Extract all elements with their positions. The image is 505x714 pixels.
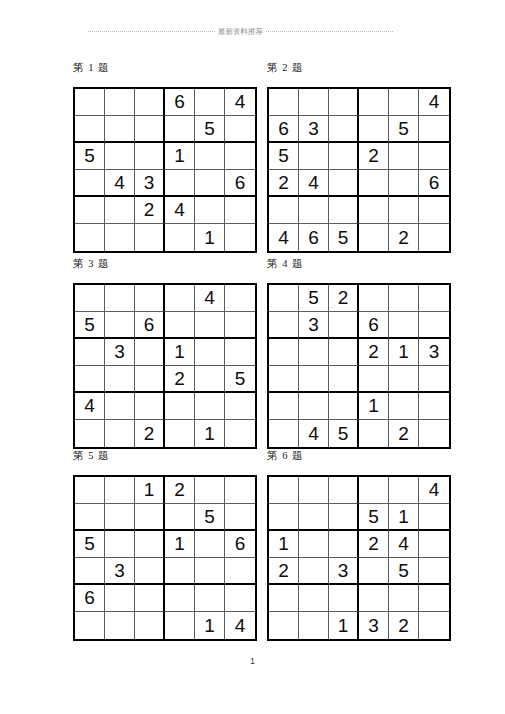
sudoku-cell bbox=[269, 420, 299, 447]
sudoku-cell: 5 bbox=[75, 531, 105, 558]
sudoku-cell: 6 bbox=[75, 585, 105, 612]
sudoku-cell bbox=[75, 285, 105, 312]
sudoku-cell: 6 bbox=[269, 116, 299, 143]
sudoku-cell bbox=[269, 312, 299, 339]
sudoku-cell bbox=[135, 612, 165, 639]
sudoku-cell bbox=[195, 585, 225, 612]
sudoku-cell bbox=[299, 89, 329, 116]
sudoku-cell: 2 bbox=[389, 224, 419, 251]
sudoku-cell bbox=[269, 285, 299, 312]
sudoku-cell bbox=[195, 170, 225, 197]
sudoku-cell bbox=[165, 285, 195, 312]
sudoku-cell bbox=[165, 224, 195, 251]
sudoku-cell bbox=[165, 116, 195, 143]
sudoku-cell bbox=[389, 143, 419, 170]
sudoku-cell bbox=[269, 366, 299, 393]
sudoku-cell bbox=[195, 531, 225, 558]
sudoku-grid-3: 4563125421 bbox=[73, 283, 257, 449]
sudoku-cell bbox=[359, 285, 389, 312]
sudoku-cell bbox=[225, 116, 255, 143]
sudoku-cell: 4 bbox=[419, 477, 449, 504]
sudoku-cell bbox=[359, 89, 389, 116]
sudoku-cell bbox=[389, 477, 419, 504]
sudoku-cell: 5 bbox=[75, 143, 105, 170]
sudoku-cell bbox=[419, 558, 449, 585]
sudoku-cell bbox=[329, 477, 359, 504]
sudoku-cell: 5 bbox=[75, 312, 105, 339]
sudoku-cell bbox=[75, 612, 105, 639]
sudoku-cell bbox=[195, 89, 225, 116]
sudoku-cell bbox=[419, 224, 449, 251]
sudoku-cell: 5 bbox=[269, 143, 299, 170]
sudoku-grid-1: 64551436241 bbox=[73, 87, 257, 253]
sudoku-cell bbox=[329, 89, 359, 116]
sudoku-cell: 2 bbox=[269, 558, 299, 585]
sudoku-cell: 3 bbox=[419, 339, 449, 366]
sudoku-cell bbox=[135, 504, 165, 531]
sudoku-cell bbox=[105, 504, 135, 531]
sudoku-cell bbox=[195, 197, 225, 224]
sudoku-cell bbox=[75, 504, 105, 531]
sudoku-cell bbox=[135, 143, 165, 170]
sudoku-cell bbox=[419, 197, 449, 224]
sudoku-cell: 1 bbox=[389, 504, 419, 531]
sudoku-cell: 2 bbox=[389, 420, 419, 447]
sudoku-cell: 1 bbox=[389, 339, 419, 366]
sudoku-cell bbox=[75, 89, 105, 116]
puzzle-label-3: 第 3 题 bbox=[73, 258, 257, 270]
sudoku-cell: 6 bbox=[225, 170, 255, 197]
sudoku-cell bbox=[105, 531, 135, 558]
puzzle-block-4: 第 4 题52362131452 bbox=[267, 258, 451, 449]
sudoku-cell: 2 bbox=[165, 477, 195, 504]
sudoku-cell bbox=[269, 585, 299, 612]
sudoku-cell bbox=[299, 612, 329, 639]
sudoku-cell bbox=[105, 312, 135, 339]
sudoku-cell: 6 bbox=[225, 531, 255, 558]
sudoku-cell bbox=[135, 585, 165, 612]
sudoku-cell: 6 bbox=[165, 89, 195, 116]
sudoku-cell: 4 bbox=[389, 531, 419, 558]
sudoku-cell bbox=[419, 143, 449, 170]
sudoku-cell bbox=[225, 504, 255, 531]
sudoku-cell bbox=[75, 116, 105, 143]
sudoku-cell bbox=[105, 224, 135, 251]
sudoku-cell bbox=[299, 339, 329, 366]
puzzle-label-2: 第 2 题 bbox=[267, 62, 451, 74]
sudoku-cell bbox=[419, 612, 449, 639]
sudoku-cell bbox=[329, 366, 359, 393]
puzzle-block-1: 第 1 题64551436241 bbox=[73, 62, 257, 253]
sudoku-cell: 1 bbox=[359, 393, 389, 420]
sudoku-cell bbox=[329, 197, 359, 224]
sudoku-cell: 4 bbox=[75, 393, 105, 420]
sudoku-cell: 4 bbox=[165, 197, 195, 224]
sudoku-cell bbox=[225, 558, 255, 585]
sudoku-cell: 6 bbox=[299, 224, 329, 251]
sudoku-cell bbox=[135, 339, 165, 366]
sudoku-cell: 4 bbox=[195, 285, 225, 312]
sudoku-cell bbox=[135, 366, 165, 393]
sudoku-cell bbox=[359, 197, 389, 224]
sudoku-cell: 5 bbox=[195, 504, 225, 531]
sudoku-cell: 5 bbox=[329, 224, 359, 251]
sudoku-cell bbox=[165, 170, 195, 197]
sudoku-cell bbox=[75, 170, 105, 197]
sudoku-cell: 1 bbox=[195, 224, 225, 251]
sudoku-cell: 4 bbox=[225, 89, 255, 116]
sudoku-cell: 6 bbox=[135, 312, 165, 339]
sudoku-cell: 1 bbox=[195, 420, 225, 447]
sudoku-cell: 2 bbox=[329, 285, 359, 312]
sudoku-cell bbox=[329, 531, 359, 558]
sudoku-cell bbox=[269, 197, 299, 224]
sudoku-cell bbox=[359, 558, 389, 585]
sudoku-cell: 3 bbox=[299, 116, 329, 143]
sudoku-cell bbox=[329, 312, 359, 339]
sudoku-cell bbox=[359, 224, 389, 251]
sudoku-cell bbox=[195, 339, 225, 366]
sudoku-cell bbox=[329, 393, 359, 420]
sudoku-cell: 4 bbox=[225, 612, 255, 639]
header-dotted-rule-left bbox=[88, 31, 215, 32]
document-header: 最新资料推荐 bbox=[88, 28, 393, 36]
sudoku-cell bbox=[105, 612, 135, 639]
sudoku-cell bbox=[75, 477, 105, 504]
sudoku-cell: 1 bbox=[165, 339, 195, 366]
sudoku-cell bbox=[225, 393, 255, 420]
sudoku-grid-4: 52362131452 bbox=[267, 283, 451, 449]
sudoku-cell: 2 bbox=[359, 531, 389, 558]
sudoku-cell bbox=[165, 585, 195, 612]
puzzle-label-1: 第 1 题 bbox=[73, 62, 257, 74]
sudoku-cell bbox=[299, 477, 329, 504]
sudoku-cell bbox=[105, 143, 135, 170]
sudoku-cell bbox=[75, 197, 105, 224]
sudoku-cell: 5 bbox=[389, 116, 419, 143]
sudoku-cell bbox=[195, 312, 225, 339]
sudoku-cell bbox=[269, 339, 299, 366]
sudoku-cell bbox=[225, 420, 255, 447]
sudoku-cell bbox=[135, 393, 165, 420]
sudoku-cell: 3 bbox=[299, 312, 329, 339]
sudoku-cell bbox=[419, 366, 449, 393]
sudoku-cell bbox=[105, 116, 135, 143]
sudoku-cell bbox=[75, 558, 105, 585]
sudoku-cell bbox=[359, 585, 389, 612]
sudoku-cell bbox=[419, 420, 449, 447]
sudoku-cell bbox=[299, 393, 329, 420]
sudoku-cell bbox=[389, 170, 419, 197]
sudoku-cell bbox=[225, 312, 255, 339]
puzzle-label-5: 第 5 题 bbox=[73, 450, 257, 462]
sudoku-cell bbox=[419, 116, 449, 143]
sudoku-cell: 4 bbox=[299, 170, 329, 197]
document-page: 最新资料推荐 第 1 题64551436241第 2 题463552246465… bbox=[0, 0, 505, 714]
sudoku-cell bbox=[389, 366, 419, 393]
sudoku-cell: 4 bbox=[419, 89, 449, 116]
sudoku-cell bbox=[225, 477, 255, 504]
sudoku-cell: 2 bbox=[135, 420, 165, 447]
sudoku-cell: 1 bbox=[135, 477, 165, 504]
sudoku-cell bbox=[389, 585, 419, 612]
sudoku-cell bbox=[419, 393, 449, 420]
sudoku-cell bbox=[299, 197, 329, 224]
sudoku-cell: 3 bbox=[105, 558, 135, 585]
sudoku-cell bbox=[329, 116, 359, 143]
sudoku-cell: 5 bbox=[195, 116, 225, 143]
sudoku-cell bbox=[359, 116, 389, 143]
page-number: 1 bbox=[0, 656, 505, 666]
sudoku-cell bbox=[165, 312, 195, 339]
sudoku-cell bbox=[75, 420, 105, 447]
sudoku-cell bbox=[105, 585, 135, 612]
sudoku-cell bbox=[135, 224, 165, 251]
sudoku-cell bbox=[329, 585, 359, 612]
sudoku-cell bbox=[389, 285, 419, 312]
puzzle-block-2: 第 2 题4635522464652 bbox=[267, 62, 451, 253]
sudoku-cell bbox=[419, 504, 449, 531]
sudoku-cell bbox=[105, 393, 135, 420]
sudoku-cell: 2 bbox=[269, 170, 299, 197]
sudoku-cell bbox=[75, 224, 105, 251]
sudoku-cell: 4 bbox=[105, 170, 135, 197]
sudoku-cell bbox=[135, 116, 165, 143]
sudoku-cell bbox=[165, 420, 195, 447]
sudoku-cell bbox=[165, 393, 195, 420]
sudoku-cell bbox=[359, 366, 389, 393]
sudoku-cell: 2 bbox=[165, 366, 195, 393]
sudoku-cell: 3 bbox=[359, 612, 389, 639]
sudoku-cell bbox=[359, 420, 389, 447]
sudoku-cell bbox=[225, 285, 255, 312]
sudoku-cell bbox=[269, 612, 299, 639]
sudoku-cell: 1 bbox=[269, 531, 299, 558]
sudoku-cell bbox=[225, 224, 255, 251]
sudoku-cell bbox=[419, 285, 449, 312]
sudoku-cell bbox=[389, 393, 419, 420]
sudoku-cell: 3 bbox=[135, 170, 165, 197]
sudoku-cell: 1 bbox=[165, 143, 195, 170]
sudoku-cell: 6 bbox=[419, 170, 449, 197]
sudoku-cell bbox=[165, 504, 195, 531]
sudoku-cell: 5 bbox=[329, 420, 359, 447]
sudoku-cell bbox=[195, 558, 225, 585]
sudoku-grid-6: 451124235132 bbox=[267, 475, 451, 641]
sudoku-cell: 2 bbox=[389, 612, 419, 639]
sudoku-cell bbox=[299, 504, 329, 531]
sudoku-cell bbox=[299, 366, 329, 393]
header-dotted-rule-right bbox=[266, 31, 393, 32]
sudoku-cell bbox=[165, 612, 195, 639]
sudoku-cell: 5 bbox=[299, 285, 329, 312]
sudoku-cell bbox=[419, 312, 449, 339]
sudoku-cell bbox=[105, 477, 135, 504]
sudoku-cell bbox=[195, 477, 225, 504]
sudoku-cell: 5 bbox=[359, 504, 389, 531]
sudoku-cell: 2 bbox=[135, 197, 165, 224]
sudoku-cell bbox=[195, 143, 225, 170]
sudoku-cell bbox=[105, 285, 135, 312]
sudoku-cell bbox=[419, 531, 449, 558]
sudoku-cell bbox=[329, 170, 359, 197]
sudoku-cell: 6 bbox=[359, 312, 389, 339]
sudoku-cell bbox=[195, 366, 225, 393]
sudoku-cell bbox=[299, 558, 329, 585]
sudoku-cell bbox=[299, 143, 329, 170]
sudoku-cell bbox=[75, 339, 105, 366]
sudoku-cell: 1 bbox=[165, 531, 195, 558]
sudoku-cell bbox=[359, 477, 389, 504]
sudoku-cell bbox=[225, 197, 255, 224]
puzzle-block-3: 第 3 题4563125421 bbox=[73, 258, 257, 449]
sudoku-cell bbox=[135, 531, 165, 558]
sudoku-grid-5: 1255163614 bbox=[73, 475, 257, 641]
sudoku-cell bbox=[135, 89, 165, 116]
sudoku-cell bbox=[165, 558, 195, 585]
sudoku-cell bbox=[419, 585, 449, 612]
sudoku-cell bbox=[105, 89, 135, 116]
sudoku-cell bbox=[269, 477, 299, 504]
sudoku-cell bbox=[225, 339, 255, 366]
puzzle-label-6: 第 6 题 bbox=[267, 450, 451, 462]
sudoku-cell: 5 bbox=[389, 558, 419, 585]
sudoku-grid-2: 4635522464652 bbox=[267, 87, 451, 253]
sudoku-cell bbox=[389, 89, 419, 116]
sudoku-cell bbox=[389, 312, 419, 339]
puzzle-block-5: 第 5 题1255163614 bbox=[73, 450, 257, 641]
sudoku-cell: 4 bbox=[299, 420, 329, 447]
sudoku-cell bbox=[225, 143, 255, 170]
sudoku-cell bbox=[105, 420, 135, 447]
sudoku-cell bbox=[359, 170, 389, 197]
sudoku-cell bbox=[225, 585, 255, 612]
sudoku-cell bbox=[75, 366, 105, 393]
sudoku-cell bbox=[329, 339, 359, 366]
sudoku-cell bbox=[135, 558, 165, 585]
sudoku-cell bbox=[195, 393, 225, 420]
sudoku-cell bbox=[269, 504, 299, 531]
sudoku-cell: 4 bbox=[269, 224, 299, 251]
sudoku-cell bbox=[299, 585, 329, 612]
sudoku-cell bbox=[105, 197, 135, 224]
sudoku-cell bbox=[299, 531, 329, 558]
puzzle-block-6: 第 6 题451124235132 bbox=[267, 450, 451, 641]
sudoku-cell bbox=[269, 89, 299, 116]
sudoku-cell: 5 bbox=[225, 366, 255, 393]
header-title: 最新资料推荐 bbox=[218, 28, 263, 36]
sudoku-cell: 3 bbox=[329, 558, 359, 585]
sudoku-cell bbox=[269, 393, 299, 420]
sudoku-cell bbox=[329, 143, 359, 170]
sudoku-cell bbox=[389, 197, 419, 224]
sudoku-cell bbox=[135, 285, 165, 312]
sudoku-cell bbox=[105, 366, 135, 393]
sudoku-cell: 2 bbox=[359, 143, 389, 170]
sudoku-cell bbox=[329, 504, 359, 531]
sudoku-cell: 3 bbox=[105, 339, 135, 366]
sudoku-cell: 2 bbox=[359, 339, 389, 366]
sudoku-cell: 1 bbox=[329, 612, 359, 639]
puzzle-label-4: 第 4 题 bbox=[267, 258, 451, 270]
sudoku-cell: 1 bbox=[195, 612, 225, 639]
